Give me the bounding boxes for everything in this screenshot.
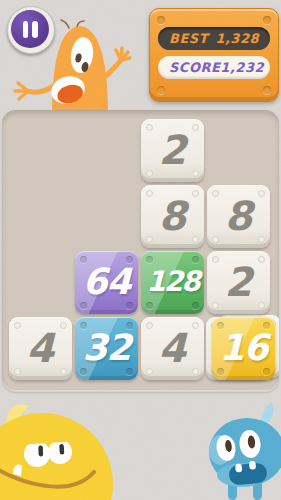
tile-2-r3c4[interactable]: 2 [207,251,270,314]
blue-monster-eye [238,429,262,459]
rivet-icon [157,86,165,94]
blue-monster-eye [214,434,237,463]
yellow-monster-tooth [13,464,22,476]
orange-monster-antennae [61,20,84,28]
pause-icon [11,10,49,48]
blue-monster-ear [261,402,274,423]
blue-monster-leg [253,474,262,500]
blue-monster [200,398,281,500]
yellow-monster-pupil [38,445,43,456]
blue-monster-leg [228,476,237,500]
orange-monster-pupil [81,61,90,72]
tile-4-r4c1[interactable]: 4 [9,317,72,380]
game-screen: BEST 1,328 SCORE 1,232 2 8 8 64 [0,0,281,500]
score-label: SCORE [169,60,220,75]
yellow-monster [0,398,130,500]
tile-128-r3c3[interactable]: 128 [141,251,204,314]
pause-button[interactable] [7,6,55,54]
blue-monster-mouth [228,460,268,486]
game-board[interactable]: 2 8 8 64 128 2 [2,110,279,392]
orange-monster-right-hand [116,48,130,60]
orange-monster-body [52,26,108,115]
current-score-row: SCORE 1,232 [158,56,270,79]
yellow-monster-body [0,413,113,500]
best-label: BEST [169,31,208,46]
best-value: 1,328 [215,31,259,46]
tile-4-r4c3[interactable]: 4 [141,317,204,380]
best-score-row: BEST 1,328 [158,27,270,50]
yellow-monster-smile [0,469,94,487]
tile-32-r4c2[interactable]: 32 [75,317,138,380]
tile-64-r3c2[interactable]: 64 [75,251,138,314]
blue-monster-chin [217,463,267,487]
yellow-monster-eyelid [18,426,79,445]
yellow-monster-ear [6,405,29,428]
tile-grid[interactable]: 2 8 8 64 128 2 [9,119,270,380]
rivet-icon [263,16,271,24]
orange-monster-left-hand [15,83,28,99]
rivet-icon [263,86,271,94]
yellow-monster-pupil [59,444,64,455]
score-value: 1,232 [220,60,264,75]
blue-monster-pupil [247,435,256,449]
blue-monster-body [209,418,281,486]
tile-16-r4c4[interactable]: 16 [212,317,275,380]
blue-monster-tooth [235,464,242,473]
blue-monster-pupil [224,440,232,453]
blue-monster-tooth [249,461,256,470]
orange-monster-eye [69,36,96,75]
orange-monster-mouth [48,72,88,107]
rivet-icon [157,16,165,24]
score-panel: BEST 1,328 SCORE 1,232 [149,8,279,102]
yellow-monster-eye [48,440,72,464]
blue-monster-cheek [209,435,231,465]
orange-monster-left-arm [28,86,54,92]
tile-8-r2c3[interactable]: 8 [141,185,204,248]
orange-monster-right-arm [106,60,121,76]
tile-8-r2c4[interactable]: 8 [207,185,270,248]
tile-2-r1c3[interactable]: 2 [141,119,204,182]
yellow-monster-eye [24,441,50,467]
orange-monster-pupil [75,53,83,63]
